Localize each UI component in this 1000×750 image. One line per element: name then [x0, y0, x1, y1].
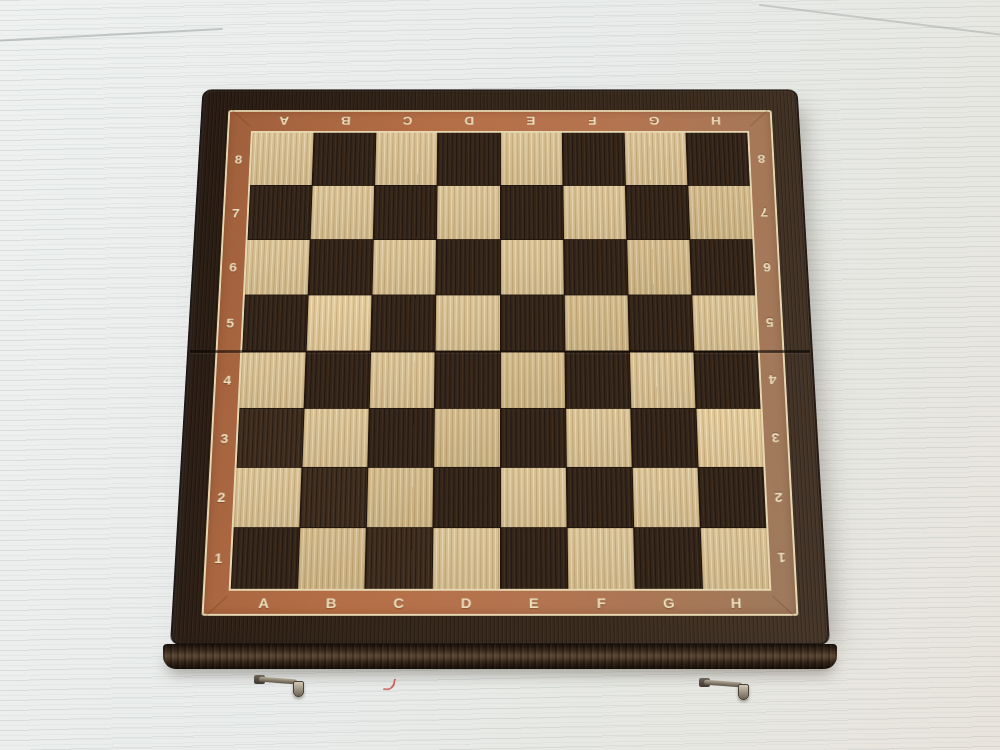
square-c8	[375, 133, 437, 185]
rank-label-4: 4	[760, 351, 786, 409]
file-label-b: B	[297, 591, 365, 614]
squares-grid	[231, 133, 770, 589]
file-label-b: B	[315, 112, 377, 131]
square-h3	[696, 409, 763, 467]
border-miter	[772, 596, 798, 620]
square-a7	[248, 186, 312, 239]
clasp-hook	[738, 684, 749, 700]
file-label-e: E	[500, 591, 568, 614]
rank-label-2: 2	[208, 467, 234, 527]
square-d3	[435, 409, 500, 467]
table-plank-seam	[0, 28, 223, 42]
square-b7	[311, 186, 375, 239]
square-c6	[373, 240, 437, 294]
square-h7	[688, 186, 752, 239]
playing-field	[229, 131, 772, 591]
file-label-e: E	[500, 112, 562, 131]
square-c1	[366, 528, 433, 589]
square-f2	[566, 468, 632, 527]
rank-label-1: 1	[205, 527, 232, 588]
clasp-right-hook	[698, 675, 750, 701]
square-a6	[245, 240, 310, 294]
rank-label-5: 5	[218, 295, 243, 351]
square-h5	[692, 295, 758, 351]
chess-board: ABCDEFGH ABCDEFGH 87654321 87654321	[170, 89, 830, 645]
square-g1	[634, 528, 702, 589]
rank-label-5: 5	[757, 295, 782, 351]
square-g3	[631, 409, 697, 467]
square-d4	[435, 352, 499, 409]
rank-label-2: 2	[765, 467, 791, 527]
square-b5	[307, 295, 372, 351]
rank-label-6: 6	[754, 240, 779, 295]
file-label-d: D	[432, 591, 500, 614]
square-g7	[626, 186, 690, 239]
clasp-left-hook	[253, 672, 305, 698]
square-e5	[500, 295, 564, 351]
fold-seam	[190, 350, 810, 353]
square-g8	[624, 133, 687, 185]
border-miter	[202, 596, 228, 620]
square-e8	[500, 133, 562, 185]
square-h4	[694, 352, 760, 409]
square-e1	[500, 528, 566, 589]
table-surface: ABCDEFGH ABCDEFGH 87654321 87654321	[0, 0, 1000, 750]
square-d2	[434, 468, 500, 527]
square-b4	[305, 352, 371, 409]
square-d5	[436, 295, 500, 351]
rank-label-6: 6	[220, 240, 245, 295]
square-f8	[562, 133, 624, 185]
case-front-edge	[163, 644, 837, 669]
square-a1	[231, 528, 300, 589]
square-g2	[632, 468, 699, 527]
square-e7	[500, 186, 562, 239]
square-a4	[239, 352, 305, 409]
rank-label-3: 3	[763, 409, 789, 468]
file-label-g: G	[623, 112, 685, 131]
rank-label-7: 7	[752, 186, 777, 240]
table-plank-seam	[759, 4, 1000, 38]
file-label-g: G	[635, 591, 703, 614]
file-label-d: D	[438, 112, 500, 131]
square-h6	[690, 240, 755, 294]
square-a3	[237, 409, 304, 467]
rank-label-3: 3	[211, 409, 237, 468]
square-c3	[369, 409, 435, 467]
rank-label-8: 8	[226, 133, 251, 186]
square-e2	[500, 468, 566, 527]
file-labels-bottom: ABCDEFGH	[229, 591, 770, 614]
border-miter	[749, 107, 770, 127]
square-e4	[500, 352, 564, 409]
square-f3	[566, 409, 632, 467]
square-a8	[250, 133, 314, 185]
square-f6	[564, 240, 628, 294]
file-label-c: C	[365, 591, 433, 614]
square-b1	[298, 528, 366, 589]
square-c7	[374, 186, 437, 239]
coordinate-border: ABCDEFGH ABCDEFGH 87654321 87654321	[202, 110, 799, 616]
square-e3	[500, 409, 565, 467]
file-label-a: A	[229, 591, 297, 614]
rank-label-7: 7	[223, 186, 248, 240]
file-label-h: H	[702, 591, 770, 614]
square-f1	[567, 528, 634, 589]
square-d7	[437, 186, 499, 239]
square-d8	[438, 133, 500, 185]
square-h1	[701, 528, 770, 589]
file-label-f: F	[562, 112, 624, 131]
square-f5	[564, 295, 628, 351]
file-label-f: F	[567, 591, 635, 614]
square-g4	[630, 352, 696, 409]
rank-label-1: 1	[768, 527, 795, 588]
file-label-a: A	[253, 112, 316, 131]
square-a5	[242, 295, 308, 351]
square-g6	[627, 240, 691, 294]
square-d1	[433, 528, 499, 589]
square-b2	[300, 468, 367, 527]
file-label-h: H	[685, 112, 748, 131]
square-a2	[234, 468, 302, 527]
square-c4	[370, 352, 435, 409]
square-h8	[686, 133, 750, 185]
square-c5	[371, 295, 435, 351]
square-h2	[698, 468, 766, 527]
square-f7	[563, 186, 626, 239]
square-b3	[303, 409, 369, 467]
square-e6	[500, 240, 563, 294]
rank-label-8: 8	[749, 133, 774, 186]
square-b8	[313, 133, 376, 185]
border-miter	[229, 107, 250, 127]
clasp-hook	[293, 681, 304, 697]
file-labels-top: ABCDEFGH	[253, 112, 747, 131]
square-f4	[565, 352, 630, 409]
rank-label-4: 4	[214, 351, 240, 409]
red-pen-mark	[383, 677, 396, 692]
file-label-c: C	[376, 112, 438, 131]
square-g5	[628, 295, 693, 351]
square-b6	[309, 240, 373, 294]
square-c2	[367, 468, 433, 527]
square-d6	[437, 240, 500, 294]
